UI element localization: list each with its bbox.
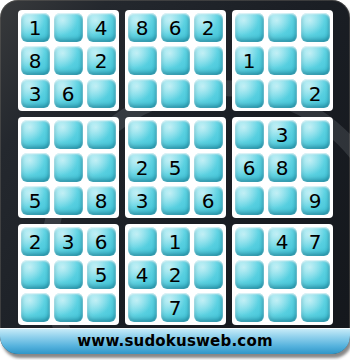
cell-r8c2[interactable] [54,260,83,289]
cell-r1c1[interactable]: 1 [21,13,50,42]
block-r2c1: 58 [18,117,119,218]
cell-r3c4[interactable] [128,79,157,108]
sudoku-card: 1482368621258253636892365142747 www.sudo… [0,0,350,354]
cell-r6c5[interactable] [161,186,190,215]
cell-r8c7[interactable] [235,260,264,289]
cell-r6c2[interactable] [54,186,83,215]
cell-r2c6[interactable] [194,46,223,75]
cell-r3c3[interactable] [87,79,116,108]
cell-r9c2[interactable] [54,293,83,322]
cell-r1c2[interactable] [54,13,83,42]
cell-r9c6[interactable] [194,293,223,322]
cell-r4c6[interactable] [194,120,223,149]
cell-r7c2[interactable]: 3 [54,227,83,256]
cell-r8c8[interactable] [268,260,297,289]
cell-r1c9[interactable] [301,13,330,42]
cell-r8c6[interactable] [194,260,223,289]
cell-r2c7[interactable]: 1 [235,46,264,75]
block-r3c2: 1427 [125,224,226,325]
cell-r4c9[interactable] [301,120,330,149]
cell-r4c1[interactable] [21,120,50,149]
cell-r7c9[interactable]: 7 [301,227,330,256]
cell-r7c6[interactable] [194,227,223,256]
cell-r2c2[interactable] [54,46,83,75]
cell-r1c4[interactable]: 8 [128,13,157,42]
block-r1c1: 148236 [18,10,119,111]
cell-r2c4[interactable] [128,46,157,75]
cell-r4c4[interactable] [128,120,157,149]
cell-r3c1[interactable]: 3 [21,79,50,108]
cell-r9c5[interactable]: 7 [161,293,190,322]
cell-r4c2[interactable] [54,120,83,149]
cell-r4c8[interactable]: 3 [268,120,297,149]
cell-r6c1[interactable]: 5 [21,186,50,215]
cell-r9c3[interactable] [87,293,116,322]
cell-r8c9[interactable] [301,260,330,289]
cell-r8c3[interactable]: 5 [87,260,116,289]
cell-r9c4[interactable] [128,293,157,322]
cell-r5c2[interactable] [54,153,83,182]
cell-r7c3[interactable]: 6 [87,227,116,256]
cell-r8c4[interactable]: 4 [128,260,157,289]
cell-r4c7[interactable] [235,120,264,149]
cell-r1c5[interactable]: 6 [161,13,190,42]
block-r3c3: 47 [232,224,333,325]
sudoku-board: 1482368621258253636892365142747 [0,0,350,325]
cell-r9c9[interactable] [301,293,330,322]
cell-r3c6[interactable] [194,79,223,108]
cell-r1c8[interactable] [268,13,297,42]
cell-r5c1[interactable] [21,153,50,182]
cell-r4c3[interactable] [87,120,116,149]
cell-r5c9[interactable] [301,153,330,182]
cell-r7c8[interactable]: 4 [268,227,297,256]
block-r2c2: 2536 [125,117,226,218]
cell-r7c5[interactable]: 1 [161,227,190,256]
cell-r5c5[interactable]: 5 [161,153,190,182]
cell-r9c8[interactable] [268,293,297,322]
cell-r1c7[interactable] [235,13,264,42]
cell-r3c9[interactable]: 2 [301,79,330,108]
cell-r6c7[interactable] [235,186,264,215]
cell-r5c8[interactable]: 8 [268,153,297,182]
cell-r7c7[interactable] [235,227,264,256]
cell-r2c8[interactable] [268,46,297,75]
cell-r2c1[interactable]: 8 [21,46,50,75]
cell-r9c1[interactable] [21,293,50,322]
cell-r5c3[interactable] [87,153,116,182]
cell-r7c1[interactable]: 2 [21,227,50,256]
footer-band: www.sudokusweb.com [0,328,350,354]
cell-r1c6[interactable]: 2 [194,13,223,42]
footer-url-text: www.sudokusweb.com [77,332,272,350]
block-r1c3: 12 [232,10,333,111]
cell-r4c5[interactable] [161,120,190,149]
block-r1c2: 862 [125,10,226,111]
cell-r6c6[interactable]: 6 [194,186,223,215]
cell-r3c2[interactable]: 6 [54,79,83,108]
cell-r7c4[interactable] [128,227,157,256]
cell-r6c3[interactable]: 8 [87,186,116,215]
cell-r8c5[interactable]: 2 [161,260,190,289]
cell-r5c4[interactable]: 2 [128,153,157,182]
cell-r6c9[interactable]: 9 [301,186,330,215]
block-r2c3: 3689 [232,117,333,218]
cell-r6c4[interactable]: 3 [128,186,157,215]
cell-r5c7[interactable]: 6 [235,153,264,182]
cell-r3c7[interactable] [235,79,264,108]
cell-r6c8[interactable] [268,186,297,215]
cell-r2c3[interactable]: 2 [87,46,116,75]
cell-r8c1[interactable] [21,260,50,289]
cell-r5c6[interactable] [194,153,223,182]
cell-r2c5[interactable] [161,46,190,75]
block-r3c1: 2365 [18,224,119,325]
cell-r3c8[interactable] [268,79,297,108]
cell-r1c3[interactable]: 4 [87,13,116,42]
cell-r3c5[interactable] [161,79,190,108]
cell-r2c9[interactable] [301,46,330,75]
cell-r9c7[interactable] [235,293,264,322]
